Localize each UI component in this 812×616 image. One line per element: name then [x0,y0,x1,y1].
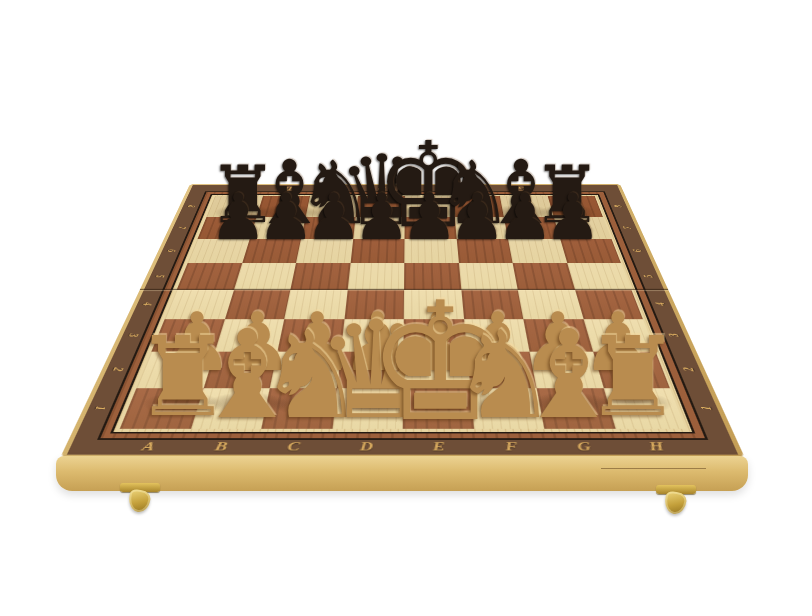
chess-set-photo: AABBCCDDEEFFGGHH8877665544332211 ♜♝♞♛♚♞♝… [0,0,812,616]
piece-white-rook-h1[interactable]: ♜ [584,323,682,433]
pieces-layer: ♜♝♞♛♚♞♝♜♟♟♟♟♟♟♟♟♟♟♟♟♟♟♟♟♜♝♞♛♚♞♝♜ [0,0,812,616]
piece-black-pawn-h7[interactable]: ♟ [544,185,601,249]
